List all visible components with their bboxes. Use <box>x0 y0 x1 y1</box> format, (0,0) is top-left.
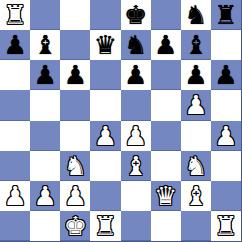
square-f5[interactable] <box>151 90 181 120</box>
square-b5[interactable] <box>30 90 60 120</box>
black-bishop[interactable]: ♝ <box>34 30 57 60</box>
square-b3[interactable] <box>30 151 60 181</box>
square-f8[interactable] <box>151 0 181 30</box>
white-rook[interactable]: ♜ <box>3 0 26 30</box>
black-bishop[interactable]: ♝ <box>184 30 207 60</box>
square-a1[interactable] <box>0 211 30 241</box>
square-h4[interactable]: ♟ <box>211 121 241 151</box>
white-knight[interactable]: ♞ <box>184 151 207 181</box>
white-queen[interactable]: ♛ <box>154 181 177 211</box>
square-g4[interactable] <box>181 121 211 151</box>
black-pawn[interactable]: ♟ <box>154 30 177 60</box>
white-pawn[interactable]: ♟ <box>184 90 207 120</box>
white-pawn[interactable]: ♟ <box>214 121 237 151</box>
square-a4[interactable] <box>0 121 30 151</box>
white-rook[interactable]: ♜ <box>94 211 117 241</box>
square-f2[interactable]: ♛ <box>151 181 181 211</box>
square-c4[interactable] <box>60 121 90 151</box>
square-g3[interactable]: ♞ <box>181 151 211 181</box>
square-c2[interactable]: ♟ <box>60 181 90 211</box>
black-queen[interactable]: ♛ <box>94 30 117 60</box>
square-h6[interactable]: ♟ <box>211 60 241 90</box>
square-e5[interactable] <box>121 90 151 120</box>
square-g8[interactable]: ♞ <box>181 0 211 30</box>
square-g6[interactable]: ♟ <box>181 60 211 90</box>
white-pawn[interactable]: ♟ <box>124 121 147 151</box>
square-e3[interactable]: ♝ <box>121 151 151 181</box>
square-h7[interactable] <box>211 30 241 60</box>
square-e8[interactable]: ♚ <box>121 0 151 30</box>
square-a5[interactable] <box>0 90 30 120</box>
black-knight[interactable]: ♞ <box>184 0 207 30</box>
square-d2[interactable] <box>90 181 120 211</box>
white-pawn[interactable]: ♟ <box>3 181 26 211</box>
square-e1[interactable] <box>121 211 151 241</box>
square-b7[interactable]: ♝ <box>30 30 60 60</box>
square-e7[interactable]: ♞ <box>121 30 151 60</box>
black-pawn[interactable]: ♟ <box>214 60 237 90</box>
square-h3[interactable] <box>211 151 241 181</box>
square-c8[interactable] <box>60 0 90 30</box>
black-pawn[interactable]: ♟ <box>64 60 87 90</box>
square-f1[interactable] <box>151 211 181 241</box>
square-a6[interactable] <box>0 60 30 90</box>
black-king[interactable]: ♚ <box>124 0 147 30</box>
square-f3[interactable] <box>151 151 181 181</box>
square-a8[interactable]: ♜ <box>0 0 30 30</box>
square-f6[interactable] <box>151 60 181 90</box>
square-c1[interactable]: ♚ <box>60 211 90 241</box>
square-c7[interactable] <box>60 30 90 60</box>
white-pawn[interactable]: ♟ <box>64 181 87 211</box>
white-pawn[interactable]: ♟ <box>94 121 117 151</box>
square-h2[interactable] <box>211 181 241 211</box>
black-knight[interactable]: ♞ <box>124 30 147 60</box>
white-bishop[interactable]: ♝ <box>184 181 207 211</box>
square-c6[interactable]: ♟ <box>60 60 90 90</box>
square-a3[interactable] <box>0 151 30 181</box>
square-g7[interactable]: ♝ <box>181 30 211 60</box>
white-pawn[interactable]: ♟ <box>34 181 57 211</box>
square-f7[interactable]: ♟ <box>151 30 181 60</box>
square-f4[interactable] <box>151 121 181 151</box>
square-d7[interactable]: ♛ <box>90 30 120 60</box>
square-b6[interactable]: ♟ <box>30 60 60 90</box>
black-pawn[interactable]: ♟ <box>124 60 147 90</box>
chess-board: ♜♚♞♜♟♝♛♞♟♝♟♟♟♟♟♟♟♟♟♞♝♞♟♟♟♛♝♚♜♜ <box>0 0 242 242</box>
square-g5[interactable]: ♟ <box>181 90 211 120</box>
square-a7[interactable]: ♟ <box>0 30 30 60</box>
square-d6[interactable] <box>90 60 120 90</box>
square-e2[interactable] <box>121 181 151 211</box>
black-pawn[interactable]: ♟ <box>184 60 207 90</box>
square-g2[interactable]: ♝ <box>181 181 211 211</box>
square-c3[interactable]: ♞ <box>60 151 90 181</box>
square-h8[interactable]: ♜ <box>211 0 241 30</box>
square-d8[interactable] <box>90 0 120 30</box>
square-d3[interactable] <box>90 151 120 181</box>
square-d5[interactable] <box>90 90 120 120</box>
square-e6[interactable]: ♟ <box>121 60 151 90</box>
square-b1[interactable] <box>30 211 60 241</box>
black-pawn[interactable]: ♟ <box>3 30 26 60</box>
square-g1[interactable] <box>181 211 211 241</box>
square-a2[interactable]: ♟ <box>0 181 30 211</box>
square-d1[interactable]: ♜ <box>90 211 120 241</box>
white-bishop[interactable]: ♝ <box>124 151 147 181</box>
square-b4[interactable] <box>30 121 60 151</box>
square-h5[interactable] <box>211 90 241 120</box>
square-c5[interactable] <box>60 90 90 120</box>
square-d4[interactable]: ♟ <box>90 121 120 151</box>
white-rook[interactable]: ♜ <box>214 211 237 241</box>
black-rook[interactable]: ♜ <box>214 0 237 30</box>
square-h1[interactable]: ♜ <box>211 211 241 241</box>
white-king[interactable]: ♚ <box>64 211 87 241</box>
square-e4[interactable]: ♟ <box>121 121 151 151</box>
white-knight[interactable]: ♞ <box>64 151 87 181</box>
square-b8[interactable] <box>30 0 60 30</box>
black-pawn[interactable]: ♟ <box>34 60 57 90</box>
square-b2[interactable]: ♟ <box>30 181 60 211</box>
